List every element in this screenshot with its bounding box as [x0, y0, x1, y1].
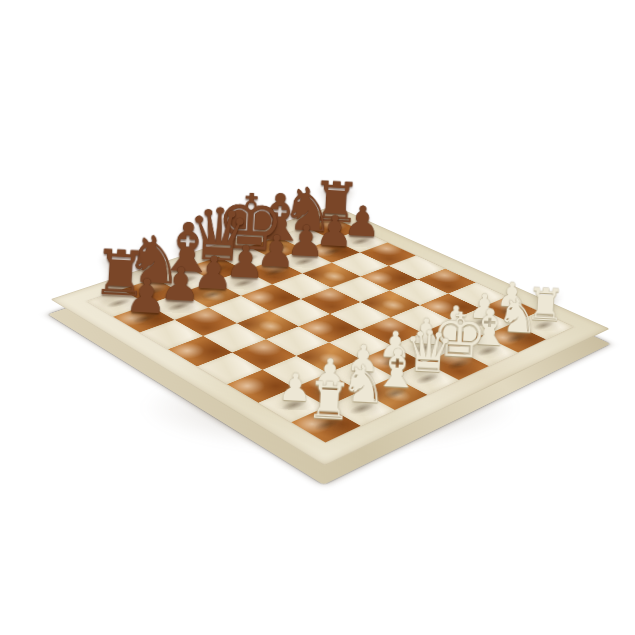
- black-pawn[interactable]: ♟: [113, 273, 181, 321]
- board-squares: ♜♞♝♛♚♝♞♜♟♟♟♟♟♟♟♟♟♟♟♟♟♟♟♟♜♞♝♛♚♝♞♜: [87, 218, 573, 442]
- white-rook[interactable]: ♜: [292, 375, 365, 427]
- square-a1[interactable]: ♜: [291, 406, 361, 442]
- product-photo: ♜♞♝♛♚♝♞♜♟♟♟♟♟♟♟♟♟♟♟♟♟♟♟♟♜♞♝♛♚♝♞♜: [0, 0, 635, 635]
- chess-board: ♜♞♝♛♚♝♞♜♟♟♟♟♟♟♟♟♟♟♟♟♟♟♟♟♜♞♝♛♚♝♞♜: [50, 206, 609, 466]
- scene: ♜♞♝♛♚♝♞♜♟♟♟♟♟♟♟♟♟♟♟♟♟♟♟♟♜♞♝♛♚♝♞♜: [0, 0, 635, 635]
- board-frame: ♜♞♝♛♚♝♞♜♟♟♟♟♟♟♟♟♟♟♟♟♟♟♟♟♜♞♝♛♚♝♞♜: [50, 206, 609, 466]
